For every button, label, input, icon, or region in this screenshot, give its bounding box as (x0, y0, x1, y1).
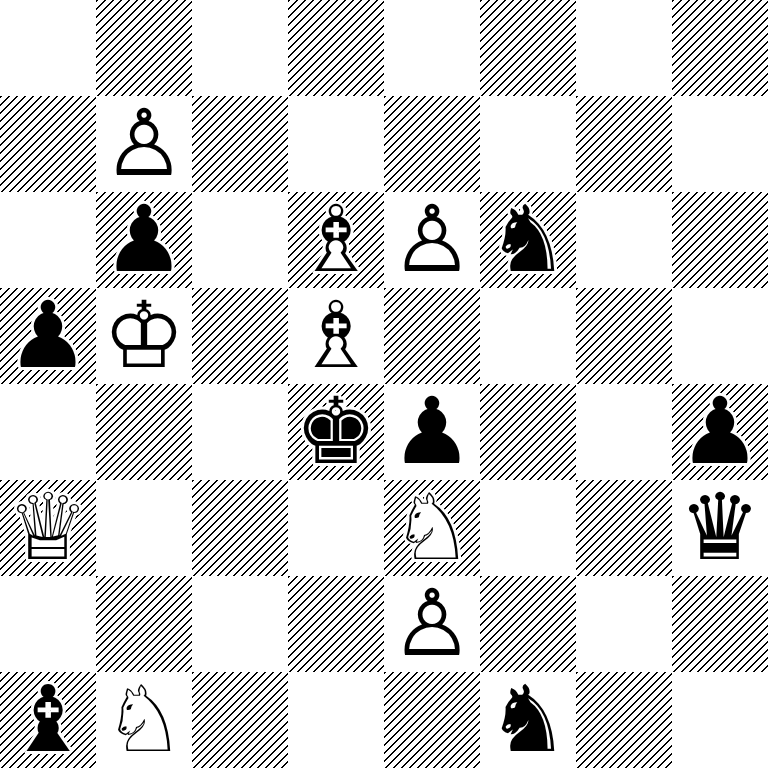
piece-black-bishop[interactable]: ♝ (0, 672, 96, 768)
piece-glyph: ♟ (384, 384, 480, 480)
piece-black-pawn[interactable]: ♟ (384, 384, 480, 480)
square-d6[interactable]: ♝♗ (288, 192, 384, 288)
piece-glyph: ♛ (672, 480, 768, 576)
square-e4[interactable]: ♟ (384, 384, 480, 480)
square-e2[interactable]: ♟♙ (384, 576, 480, 672)
square-b2[interactable] (96, 576, 192, 672)
square-e3[interactable]: ♞♘ (384, 480, 480, 576)
square-g4[interactable] (576, 384, 672, 480)
piece-outline-layer: ♙ (384, 192, 480, 288)
square-h2[interactable] (672, 576, 768, 672)
piece-white-bishop[interactable]: ♝♗ (288, 192, 384, 288)
square-h3[interactable]: ♛ (672, 480, 768, 576)
square-h4[interactable]: ♟ (672, 384, 768, 480)
square-c2[interactable] (192, 576, 288, 672)
square-g5[interactable] (576, 288, 672, 384)
square-f8[interactable] (480, 0, 576, 96)
piece-white-pawn[interactable]: ♟♙ (96, 96, 192, 192)
square-b6[interactable]: ♟ (96, 192, 192, 288)
square-e8[interactable] (384, 0, 480, 96)
square-b4[interactable] (96, 384, 192, 480)
piece-black-knight[interactable]: ♞ (480, 192, 576, 288)
piece-black-pawn[interactable]: ♟ (672, 384, 768, 480)
square-f5[interactable] (480, 288, 576, 384)
square-a2[interactable] (0, 576, 96, 672)
piece-white-pawn[interactable]: ♟♙ (384, 192, 480, 288)
square-c8[interactable] (192, 0, 288, 96)
square-f3[interactable] (480, 480, 576, 576)
piece-black-king[interactable]: ♚ (288, 384, 384, 480)
square-e7[interactable] (384, 96, 480, 192)
square-a8[interactable] (0, 0, 96, 96)
piece-outline-layer: ♙ (384, 576, 480, 672)
square-d5[interactable]: ♝♗ (288, 288, 384, 384)
piece-outline-layer: ♗ (288, 288, 384, 384)
square-g3[interactable] (576, 480, 672, 576)
square-d8[interactable] (288, 0, 384, 96)
square-b5[interactable]: ♚♔ (96, 288, 192, 384)
square-d3[interactable] (288, 480, 384, 576)
square-g1[interactable] (576, 672, 672, 768)
board-wrapper: ♟♙♟♝♗♟♙♞♟♚♔♝♗♚♟♟♛♕♞♘♛♟♙♝♞♘♞ (0, 0, 768, 768)
piece-outline-layer: ♙ (96, 96, 192, 192)
square-b7[interactable]: ♟♙ (96, 96, 192, 192)
square-f2[interactable] (480, 576, 576, 672)
piece-white-king[interactable]: ♚♔ (96, 288, 192, 384)
square-c5[interactable] (192, 288, 288, 384)
square-e1[interactable] (384, 672, 480, 768)
square-a4[interactable] (0, 384, 96, 480)
square-b8[interactable] (96, 0, 192, 96)
piece-glyph: ♞ (480, 192, 576, 288)
piece-glyph: ♞ (480, 672, 576, 768)
square-a7[interactable] (0, 96, 96, 192)
piece-glyph: ♟ (96, 192, 192, 288)
square-h6[interactable] (672, 192, 768, 288)
piece-glyph: ♟ (0, 288, 96, 384)
piece-black-pawn[interactable]: ♟ (96, 192, 192, 288)
square-h8[interactable] (672, 0, 768, 96)
piece-outline-layer: ♘ (96, 672, 192, 768)
piece-glyph: ♚ (288, 384, 384, 480)
square-h1[interactable] (672, 672, 768, 768)
piece-white-pawn[interactable]: ♟♙ (384, 576, 480, 672)
piece-outline-layer: ♔ (96, 288, 192, 384)
piece-white-knight[interactable]: ♞♘ (96, 672, 192, 768)
piece-black-queen[interactable]: ♛ (672, 480, 768, 576)
square-g6[interactable] (576, 192, 672, 288)
piece-outline-layer: ♕ (0, 480, 96, 576)
piece-white-queen[interactable]: ♛♕ (0, 480, 96, 576)
square-b1[interactable]: ♞♘ (96, 672, 192, 768)
square-a5[interactable]: ♟ (0, 288, 96, 384)
square-g8[interactable] (576, 0, 672, 96)
square-h7[interactable] (672, 96, 768, 192)
square-d2[interactable] (288, 576, 384, 672)
square-d7[interactable] (288, 96, 384, 192)
square-e6[interactable]: ♟♙ (384, 192, 480, 288)
piece-white-knight[interactable]: ♞♘ (384, 480, 480, 576)
square-d1[interactable] (288, 672, 384, 768)
square-f7[interactable] (480, 96, 576, 192)
piece-black-knight[interactable]: ♞ (480, 672, 576, 768)
piece-glyph: ♟ (672, 384, 768, 480)
piece-glyph: ♝ (0, 672, 96, 768)
chess-board: ♟♙♟♝♗♟♙♞♟♚♔♝♗♚♟♟♛♕♞♘♛♟♙♝♞♘♞ (0, 0, 768, 768)
square-f1[interactable]: ♞ (480, 672, 576, 768)
square-g7[interactable] (576, 96, 672, 192)
square-c7[interactable] (192, 96, 288, 192)
square-c6[interactable] (192, 192, 288, 288)
square-a1[interactable]: ♝ (0, 672, 96, 768)
square-c3[interactable] (192, 480, 288, 576)
square-c1[interactable] (192, 672, 288, 768)
piece-outline-layer: ♗ (288, 192, 384, 288)
piece-white-bishop[interactable]: ♝♗ (288, 288, 384, 384)
piece-outline-layer: ♘ (384, 480, 480, 576)
piece-black-pawn[interactable]: ♟ (0, 288, 96, 384)
square-h5[interactable] (672, 288, 768, 384)
square-f4[interactable] (480, 384, 576, 480)
square-b3[interactable] (96, 480, 192, 576)
square-g2[interactable] (576, 576, 672, 672)
square-c4[interactable] (192, 384, 288, 480)
square-f6[interactable]: ♞ (480, 192, 576, 288)
square-e5[interactable] (384, 288, 480, 384)
square-a3[interactable]: ♛♕ (0, 480, 96, 576)
square-d4[interactable]: ♚ (288, 384, 384, 480)
square-a6[interactable] (0, 192, 96, 288)
